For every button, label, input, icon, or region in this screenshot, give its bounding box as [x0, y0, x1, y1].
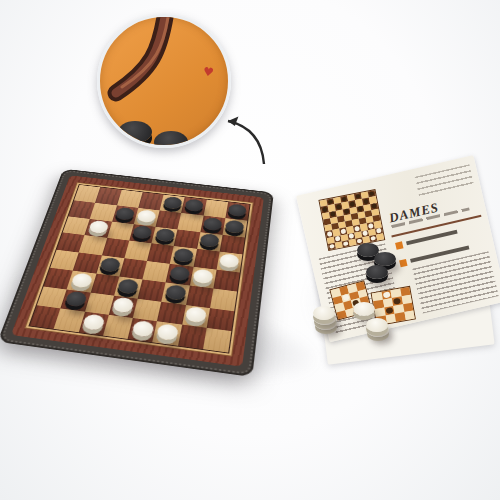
diagram-white-piece: [329, 244, 335, 249]
section-bullet: [395, 241, 403, 249]
loose-piece-black: [366, 265, 388, 279]
setup-diagram-square: [376, 233, 384, 240]
loose-piece-white: [366, 318, 388, 332]
loose-piece-black: [374, 252, 396, 266]
board-cell-g8: [178, 325, 207, 349]
heart-mark: ♥: [202, 64, 215, 79]
inset-magnified-black-piece: [154, 131, 188, 148]
inset-magnified-black-piece: [118, 121, 152, 143]
body-text-bars: [412, 251, 498, 313]
checkers-board: [0, 169, 274, 377]
board-cell-h8: [203, 328, 231, 353]
loose-piece-white: [353, 302, 375, 316]
section-bullet: [399, 259, 407, 267]
partial-diagram-square: [404, 311, 415, 321]
setup-diagram: [318, 189, 385, 251]
diagram-white-piece: [357, 238, 363, 243]
callout-arrow-icon: [212, 108, 270, 170]
magnifier-inset: ♥: [97, 14, 231, 148]
diagram-white-piece: [343, 241, 349, 246]
diagram-white-piece: [370, 236, 376, 241]
loose-piece-white: [313, 306, 335, 320]
